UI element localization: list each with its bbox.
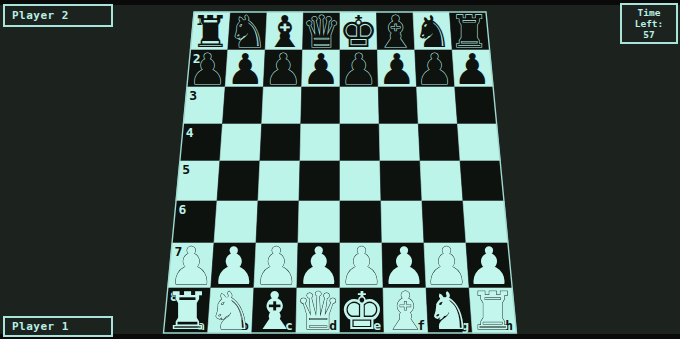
piece-dark-pawn-a2[interactable]: ♟ (189, 45, 227, 94)
square-d4[interactable] (300, 124, 340, 161)
square-h4[interactable] (458, 124, 501, 161)
piece-dark-pawn-b2[interactable]: ♟ (226, 45, 264, 94)
time-left-label: Time Left: (624, 7, 674, 29)
square-g5[interactable] (420, 161, 463, 201)
rank-label-5: 5 (182, 162, 190, 177)
piece-light-queen-d8[interactable]: ♛ (295, 281, 341, 339)
square-b5[interactable] (217, 161, 260, 201)
piece-light-knight-g8[interactable]: ♞ (426, 281, 472, 339)
piece-light-rook-h8[interactable]: ♜ (469, 281, 515, 339)
square-b4[interactable] (220, 124, 262, 161)
piece-dark-pawn-e2[interactable]: ♟ (340, 45, 378, 94)
rank-label-6: 6 (178, 202, 186, 217)
square-e5[interactable] (340, 161, 381, 201)
piece-dark-pawn-h2[interactable]: ♟ (453, 45, 491, 94)
game-screen: 12345678abcdefgh♜♞♝♛♚♝♞♜♟♟♟♟♟♟♟♟♟♟♟♟♟♟♟♟… (0, 0, 680, 339)
player1-label: Player 1 (12, 320, 69, 333)
player2-name-panel: Player 2 (3, 4, 113, 27)
piece-dark-pawn-f2[interactable]: ♟ (378, 45, 416, 94)
player2-label: Player 2 (12, 9, 69, 22)
time-left-value: 57 (624, 29, 674, 40)
piece-light-bishop-c8[interactable]: ♝ (251, 281, 297, 339)
piece-light-king-e8[interactable]: ♚ (339, 281, 385, 339)
piece-dark-pawn-g2[interactable]: ♟ (416, 45, 454, 94)
square-f4[interactable] (379, 124, 420, 161)
player1-name-panel: Player 1 (3, 316, 113, 337)
piece-dark-pawn-d2[interactable]: ♟ (302, 45, 340, 94)
time-left-panel: Time Left: 57 (620, 3, 678, 44)
square-e4[interactable] (340, 124, 380, 161)
square-g4[interactable] (418, 124, 460, 161)
piece-dark-pawn-c2[interactable]: ♟ (264, 45, 302, 94)
square-d5[interactable] (299, 161, 340, 201)
square-c4[interactable] (260, 124, 301, 161)
piece-light-rook-a8[interactable]: ♜ (164, 281, 210, 339)
chess-board[interactable]: 12345678abcdefgh♜♞♝♛♚♝♞♜♟♟♟♟♟♟♟♟♟♟♟♟♟♟♟♟… (0, 0, 680, 339)
rank-label-4: 4 (186, 125, 194, 140)
piece-light-knight-b8[interactable]: ♞ (208, 281, 254, 339)
piece-light-bishop-f8[interactable]: ♝ (382, 281, 428, 339)
square-c5[interactable] (258, 161, 300, 201)
square-f5[interactable] (380, 161, 422, 201)
square-h5[interactable] (460, 161, 504, 201)
